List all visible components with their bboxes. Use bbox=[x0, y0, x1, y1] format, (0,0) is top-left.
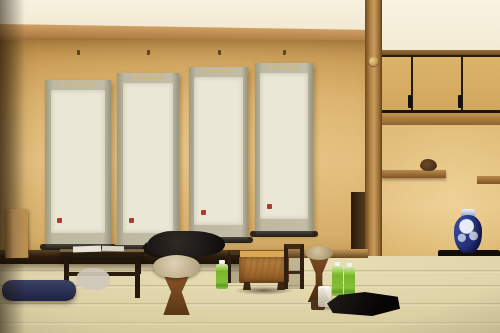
green-tea-bottle bbox=[216, 260, 228, 289]
scroll-mount-strip bbox=[132, 75, 164, 79]
folded-jacket bbox=[147, 231, 225, 257]
bottle-label bbox=[216, 264, 228, 289]
document-sheet bbox=[102, 246, 124, 251]
scroll-paper bbox=[194, 77, 242, 225]
room-sign-placard bbox=[5, 209, 29, 258]
staggered-shelf bbox=[382, 170, 446, 178]
scroll-mount-strip bbox=[61, 82, 95, 86]
porcelain-vase bbox=[454, 215, 482, 253]
scroll-hook bbox=[218, 50, 221, 55]
seal-stamp bbox=[129, 218, 134, 223]
staggered-shelf bbox=[477, 176, 500, 184]
document-sheet bbox=[73, 246, 101, 253]
navy-zabuton-cushion bbox=[2, 280, 76, 301]
side-table-shelf bbox=[288, 271, 300, 274]
scroll-mount-strip bbox=[203, 69, 234, 73]
match-room-photo bbox=[0, 0, 500, 333]
seal-stamp bbox=[57, 218, 62, 223]
white-cloth bbox=[76, 268, 110, 290]
board-leg bbox=[243, 282, 251, 290]
scroll-paper bbox=[260, 73, 308, 219]
bottle-label bbox=[344, 267, 355, 296]
scroll-hook bbox=[77, 50, 80, 55]
shogi-board bbox=[240, 250, 288, 257]
tatami-seam bbox=[0, 322, 500, 325]
green-tea-bottle bbox=[344, 263, 355, 296]
calligraphy-scroll-2 bbox=[117, 73, 179, 247]
scroll-paper bbox=[51, 90, 105, 233]
calligraphy-scroll-4 bbox=[255, 63, 313, 233]
scroll-hook bbox=[283, 50, 286, 55]
alcove-upper-wall bbox=[382, 0, 500, 54]
scroll-roller bbox=[251, 231, 317, 237]
calligraphy-scroll-1 bbox=[45, 80, 111, 246]
seal-stamp bbox=[201, 210, 206, 215]
cabinet-handle bbox=[458, 95, 462, 108]
seal-stamp bbox=[267, 204, 272, 209]
alcove-gold-wall bbox=[382, 125, 500, 260]
nail-cover-ornament bbox=[369, 57, 378, 66]
calligraphy-scroll-3 bbox=[189, 67, 248, 239]
scroll-mount-strip bbox=[269, 65, 299, 69]
scroll-paper bbox=[123, 83, 174, 233]
cabinet-handle bbox=[408, 95, 412, 108]
alcove-cabinets bbox=[382, 55, 500, 113]
round-stool-cushion bbox=[305, 246, 333, 260]
wood-pillar bbox=[365, 0, 382, 264]
tatami-seam bbox=[0, 303, 500, 306]
table-leg bbox=[135, 260, 140, 298]
green-tea-bottle bbox=[332, 262, 343, 296]
stool-cushion bbox=[153, 255, 200, 278]
shelf-ornament bbox=[420, 159, 437, 171]
shogi-board-side bbox=[239, 257, 289, 283]
bottle-label bbox=[332, 266, 343, 296]
tall-side-table bbox=[284, 244, 304, 289]
scroll-hook bbox=[147, 50, 150, 55]
cabinet-shelf-board bbox=[382, 113, 500, 125]
